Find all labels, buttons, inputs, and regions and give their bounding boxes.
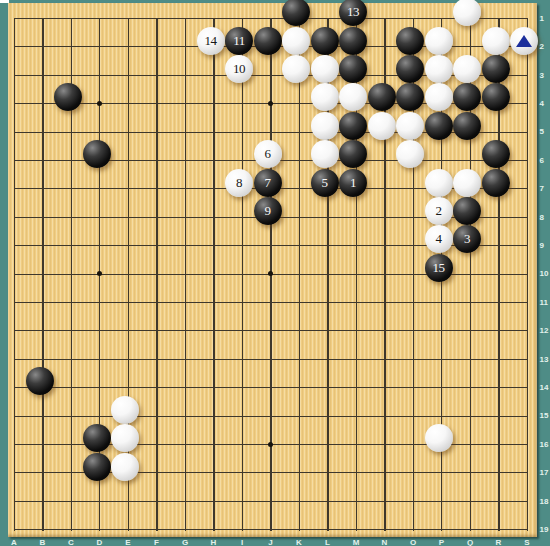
intersection-L14[interactable] [313,373,342,401]
intersection-B2[interactable] [28,32,57,60]
intersection-D3[interactable] [85,61,114,89]
intersection-G2[interactable] [171,32,200,60]
intersection-D13[interactable] [85,345,114,373]
intersection-L12[interactable] [313,316,342,344]
intersection-F12[interactable] [142,316,171,344]
intersection-S6[interactable] [513,146,542,174]
intersection-M15[interactable] [342,402,371,430]
intersection-D9[interactable] [85,231,114,259]
intersection-N8[interactable] [370,203,399,231]
intersection-N17[interactable] [370,458,399,486]
intersection-M7[interactable]: 1 [342,174,371,202]
intersection-S12[interactable] [513,316,542,344]
intersection-O17[interactable] [399,458,428,486]
intersection-R13[interactable] [484,345,513,373]
intersection-C7[interactable] [57,174,86,202]
triangle-marker [516,35,532,47]
intersection-H7[interactable] [199,174,228,202]
intersection-J13[interactable] [256,345,285,373]
intersection-J17[interactable] [256,458,285,486]
stone-white-N5 [368,112,396,140]
intersection-F9[interactable] [142,231,171,259]
intersection-G8[interactable] [171,203,200,231]
intersection-C5[interactable] [57,118,86,146]
intersection-G1[interactable] [171,4,200,32]
intersection-O11[interactable] [399,288,428,316]
intersection-J9[interactable] [256,231,285,259]
intersection-C16[interactable] [57,430,86,458]
intersection-C2[interactable] [57,32,86,60]
intersection-I10[interactable] [228,260,257,288]
intersection-P12[interactable] [427,316,456,344]
intersection-K12[interactable] [285,316,314,344]
intersection-D10[interactable] [85,260,114,288]
intersection-O18[interactable] [399,487,428,515]
intersection-E8[interactable] [114,203,143,231]
intersection-A3[interactable] [0,61,28,89]
intersection-P18[interactable] [427,487,456,515]
intersection-H10[interactable] [199,260,228,288]
intersection-Q10[interactable] [456,260,485,288]
stone-black-L7: 5 [311,169,339,197]
intersection-G7[interactable] [171,174,200,202]
intersection-L11[interactable] [313,288,342,316]
intersection-F3[interactable] [142,61,171,89]
intersection-G16[interactable] [171,430,200,458]
intersection-M11[interactable] [342,288,371,316]
intersection-L15[interactable] [313,402,342,430]
intersection-J11[interactable] [256,288,285,316]
intersection-C12[interactable] [57,316,86,344]
intersection-I8[interactable] [228,203,257,231]
intersection-N1[interactable] [370,4,399,32]
intersection-F4[interactable] [142,89,171,117]
intersection-G11[interactable] [171,288,200,316]
intersection-I3[interactable]: 10 [228,61,257,89]
intersection-S7[interactable] [513,174,542,202]
intersection-I17[interactable] [228,458,257,486]
intersection-J18[interactable] [256,487,285,515]
intersection-J4[interactable] [256,89,285,117]
intersection-B3[interactable] [28,61,57,89]
intersection-E5[interactable] [114,118,143,146]
intersection-B1[interactable] [28,4,57,32]
stone-black-D17 [83,453,111,481]
intersection-O15[interactable] [399,402,428,430]
intersection-N6[interactable] [370,146,399,174]
intersection-Q14[interactable] [456,373,485,401]
intersection-E17[interactable] [114,458,143,486]
intersection-A2[interactable] [0,32,28,60]
intersection-N16[interactable] [370,430,399,458]
intersection-A13[interactable] [0,345,28,373]
intersection-P11[interactable] [427,288,456,316]
intersection-S8[interactable] [513,203,542,231]
intersection-F18[interactable] [142,487,171,515]
intersection-S11[interactable] [513,288,542,316]
intersection-N10[interactable] [370,260,399,288]
intersection-G12[interactable] [171,316,200,344]
intersection-A4[interactable] [0,89,28,117]
intersection-N12[interactable] [370,316,399,344]
intersection-J3[interactable] [256,61,285,89]
intersection-K6[interactable] [285,146,314,174]
intersection-O16[interactable] [399,430,428,458]
intersection-D12[interactable] [85,316,114,344]
intersection-N2[interactable] [370,32,399,60]
intersection-O14[interactable] [399,373,428,401]
intersection-O13[interactable] [399,345,428,373]
intersection-E10[interactable] [114,260,143,288]
intersection-P13[interactable] [427,345,456,373]
intersection-R4[interactable] [484,89,513,117]
intersection-S4[interactable] [513,89,542,117]
intersection-D18[interactable] [85,487,114,515]
intersection-P14[interactable] [427,373,456,401]
intersection-F6[interactable] [142,146,171,174]
intersection-J15[interactable] [256,402,285,430]
intersection-C4[interactable] [57,89,86,117]
intersection-K10[interactable] [285,260,314,288]
intersection-F15[interactable] [142,402,171,430]
stone-white-P7 [425,169,453,197]
intersection-C9[interactable] [57,231,86,259]
intersection-E2[interactable] [114,32,143,60]
row-label-1: 1 [540,14,550,23]
intersection-K13[interactable] [285,345,314,373]
intersection-C15[interactable] [57,402,86,430]
intersection-N9[interactable] [370,231,399,259]
intersection-L13[interactable] [313,345,342,373]
intersection-E1[interactable] [114,4,143,32]
intersection-B11[interactable] [28,288,57,316]
intersection-M17[interactable] [342,458,371,486]
intersection-F17[interactable] [142,458,171,486]
intersection-E18[interactable] [114,487,143,515]
intersection-B16[interactable] [28,430,57,458]
intersection-G6[interactable] [171,146,200,174]
intersection-H16[interactable] [199,430,228,458]
intersection-B7[interactable] [28,174,57,202]
intersection-F13[interactable] [142,345,171,373]
intersection-F14[interactable] [142,373,171,401]
intersection-H9[interactable] [199,231,228,259]
intersection-S16[interactable] [513,430,542,458]
intersection-P5[interactable] [427,118,456,146]
intersection-H13[interactable] [199,345,228,373]
stone-black-M6 [339,140,367,168]
intersection-R18[interactable] [484,487,513,515]
intersection-N7[interactable] [370,174,399,202]
intersection-H14[interactable] [199,373,228,401]
intersection-G9[interactable] [171,231,200,259]
intersection-M13[interactable] [342,345,371,373]
intersection-S14[interactable] [513,373,542,401]
intersection-B8[interactable] [28,203,57,231]
intersection-B18[interactable] [28,487,57,515]
stone-black-J8: 9 [254,197,282,225]
intersection-C14[interactable] [57,373,86,401]
intersection-D4[interactable] [85,89,114,117]
intersection-Q16[interactable] [456,430,485,458]
row-label-18: 18 [540,497,550,506]
intersection-H5[interactable] [199,118,228,146]
stone-black-K1 [282,0,310,26]
intersection-A14[interactable] [0,373,28,401]
intersection-D17[interactable] [85,458,114,486]
intersection-R16[interactable] [484,430,513,458]
intersection-B12[interactable] [28,316,57,344]
intersection-K11[interactable] [285,288,314,316]
intersection-F7[interactable] [142,174,171,202]
intersection-A11[interactable] [0,288,28,316]
intersection-N18[interactable] [370,487,399,515]
intersection-K8[interactable] [285,203,314,231]
intersection-R15[interactable] [484,402,513,430]
intersection-R12[interactable] [484,316,513,344]
intersection-I16[interactable] [228,430,257,458]
intersection-I5[interactable] [228,118,257,146]
intersection-P16[interactable] [427,430,456,458]
intersection-J10[interactable] [256,260,285,288]
intersection-B15[interactable] [28,402,57,430]
intersection-E9[interactable] [114,231,143,259]
intersection-K15[interactable] [285,402,314,430]
intersection-K14[interactable] [285,373,314,401]
intersection-G5[interactable] [171,118,200,146]
intersection-N11[interactable] [370,288,399,316]
intersection-G3[interactable] [171,61,200,89]
intersection-J14[interactable] [256,373,285,401]
intersection-B9[interactable] [28,231,57,259]
intersection-J16[interactable] [256,430,285,458]
intersection-Q17[interactable] [456,458,485,486]
intersection-F5[interactable] [142,118,171,146]
intersection-O10[interactable] [399,260,428,288]
intersection-B10[interactable] [28,260,57,288]
intersection-D2[interactable] [85,32,114,60]
intersection-R11[interactable] [484,288,513,316]
intersection-G18[interactable] [171,487,200,515]
intersection-N14[interactable] [370,373,399,401]
intersection-R10[interactable] [484,260,513,288]
intersection-R8[interactable] [484,203,513,231]
intersection-G14[interactable] [171,373,200,401]
intersection-I15[interactable] [228,402,257,430]
intersection-I4[interactable] [228,89,257,117]
intersection-R9[interactable] [484,231,513,259]
intersection-H12[interactable] [199,316,228,344]
intersection-L7[interactable]: 5 [313,174,342,202]
intersection-J12[interactable] [256,316,285,344]
intersection-I18[interactable] [228,487,257,515]
intersection-O12[interactable] [399,316,428,344]
intersection-R17[interactable] [484,458,513,486]
intersection-A17[interactable] [0,458,28,486]
intersection-B4[interactable] [28,89,57,117]
intersection-C11[interactable] [57,288,86,316]
intersection-H8[interactable] [199,203,228,231]
intersection-A6[interactable] [0,146,28,174]
intersection-E12[interactable] [114,316,143,344]
intersection-D8[interactable] [85,203,114,231]
intersection-A1[interactable] [0,4,28,32]
intersection-C8[interactable] [57,203,86,231]
intersection-C6[interactable] [57,146,86,174]
intersection-Q18[interactable] [456,487,485,515]
intersection-D6[interactable] [85,146,114,174]
intersection-L18[interactable] [313,487,342,515]
stone-white-L5 [311,112,339,140]
move-number: 3 [453,225,481,253]
intersection-K16[interactable] [285,430,314,458]
intersection-M8[interactable] [342,203,371,231]
intersection-E13[interactable] [114,345,143,373]
intersection-S18[interactable] [513,487,542,515]
intersection-B6[interactable] [28,146,57,174]
intersection-I12[interactable] [228,316,257,344]
intersection-D14[interactable] [85,373,114,401]
intersection-S13[interactable] [513,345,542,373]
intersection-P10[interactable]: 15 [427,260,456,288]
intersection-I11[interactable] [228,288,257,316]
intersection-H15[interactable] [199,402,228,430]
intersection-C13[interactable] [57,345,86,373]
intersection-F8[interactable] [142,203,171,231]
intersection-H18[interactable] [199,487,228,515]
intersection-H6[interactable] [199,146,228,174]
intersection-S9[interactable] [513,231,542,259]
intersection-Q5[interactable] [456,118,485,146]
intersection-G17[interactable] [171,458,200,486]
stone-black-P5 [425,112,453,140]
intersection-E4[interactable] [114,89,143,117]
intersection-F16[interactable] [142,430,171,458]
intersection-L17[interactable] [313,458,342,486]
intersection-H4[interactable] [199,89,228,117]
intersection-M18[interactable] [342,487,371,515]
intersection-O9[interactable] [399,231,428,259]
intersection-B14[interactable] [28,373,57,401]
intersection-A9[interactable] [0,231,28,259]
intersection-H2[interactable]: 14 [199,32,228,60]
intersection-N5[interactable] [370,118,399,146]
intersection-F1[interactable] [142,4,171,32]
intersection-D1[interactable] [85,4,114,32]
intersection-H17[interactable] [199,458,228,486]
intersection-Q15[interactable] [456,402,485,430]
intersection-E11[interactable] [114,288,143,316]
intersection-Q11[interactable] [456,288,485,316]
intersection-G15[interactable] [171,402,200,430]
intersection-R7[interactable] [484,174,513,202]
intersection-M12[interactable] [342,316,371,344]
intersection-L10[interactable] [313,260,342,288]
intersection-E7[interactable] [114,174,143,202]
intersection-Q13[interactable] [456,345,485,373]
intersection-F11[interactable] [142,288,171,316]
intersection-M10[interactable] [342,260,371,288]
intersection-K18[interactable] [285,487,314,515]
intersection-K4[interactable] [285,89,314,117]
intersection-L8[interactable] [313,203,342,231]
intersection-P17[interactable] [427,458,456,486]
intersection-I9[interactable] [228,231,257,259]
intersection-R14[interactable] [484,373,513,401]
intersection-A18[interactable] [0,487,28,515]
intersection-K7[interactable] [285,174,314,202]
intersection-L9[interactable] [313,231,342,259]
intersection-M9[interactable] [342,231,371,259]
intersection-F2[interactable] [142,32,171,60]
intersection-A8[interactable] [0,203,28,231]
intersection-L16[interactable] [313,430,342,458]
intersection-C18[interactable] [57,487,86,515]
intersection-J2[interactable] [256,32,285,60]
intersection-H11[interactable] [199,288,228,316]
intersection-A5[interactable] [0,118,28,146]
intersection-O8[interactable] [399,203,428,231]
intersection-K17[interactable] [285,458,314,486]
intersection-Q12[interactable] [456,316,485,344]
intersection-E3[interactable] [114,61,143,89]
intersection-A15[interactable] [0,402,28,430]
intersection-G4[interactable] [171,89,200,117]
intersection-K9[interactable] [285,231,314,259]
intersection-A10[interactable] [0,260,28,288]
intersection-J8[interactable]: 9 [256,203,285,231]
intersection-S17[interactable] [513,458,542,486]
intersection-M14[interactable] [342,373,371,401]
intersection-S3[interactable] [513,61,542,89]
intersection-G13[interactable] [171,345,200,373]
intersection-G10[interactable] [171,260,200,288]
stone-white-I7: 8 [225,169,253,197]
intersection-M16[interactable] [342,430,371,458]
intersection-Q9[interactable]: 3 [456,231,485,259]
intersection-K5[interactable] [285,118,314,146]
intersection-D7[interactable] [85,174,114,202]
intersection-B17[interactable] [28,458,57,486]
move-number: 14 [197,27,225,55]
intersection-A16[interactable] [0,430,28,458]
intersection-S10[interactable] [513,260,542,288]
intersection-I7[interactable]: 8 [228,174,257,202]
intersection-N15[interactable] [370,402,399,430]
intersection-O7[interactable] [399,174,428,202]
intersection-N13[interactable] [370,345,399,373]
intersection-I13[interactable] [228,345,257,373]
intersection-C17[interactable] [57,458,86,486]
intersection-C10[interactable] [57,260,86,288]
intersection-S5[interactable] [513,118,542,146]
intersection-B5[interactable] [28,118,57,146]
intersection-D11[interactable] [85,288,114,316]
intersection-C1[interactable] [57,4,86,32]
intersection-F10[interactable] [142,260,171,288]
intersection-Q1[interactable] [456,4,485,32]
intersection-S2[interactable] [513,32,542,60]
intersection-H3[interactable] [199,61,228,89]
intersection-S15[interactable] [513,402,542,430]
col-label-S: S [517,538,538,546]
intersection-O6[interactable] [399,146,428,174]
intersection-A12[interactable] [0,316,28,344]
intersection-I14[interactable] [228,373,257,401]
intersection-K3[interactable] [285,61,314,89]
intersection-A7[interactable] [0,174,28,202]
intersection-E6[interactable] [114,146,143,174]
